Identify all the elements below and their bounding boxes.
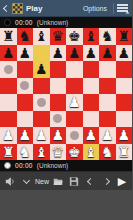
piece-wP-e4: ♟ — [66, 94, 83, 111]
square-a1[interactable]: ♜ — [0, 144, 17, 161]
white-player-name: (Unknown) — [37, 162, 68, 169]
next-move-button[interactable] — [99, 173, 113, 190]
piece-bP-h7: ♟ — [116, 45, 133, 62]
piece-wP-a2: ♟ — [0, 127, 17, 144]
speaker-icon — [5, 176, 15, 187]
square-e4[interactable]: ♟ — [66, 94, 83, 111]
square-a3[interactable] — [0, 111, 17, 128]
piece-bP-d7: ♟ — [50, 45, 67, 62]
game-toolbar: New ▶ — [0, 171, 132, 190]
square-e3[interactable] — [66, 111, 83, 128]
new-game-button[interactable]: New — [35, 173, 49, 190]
folder-icon — [53, 176, 63, 187]
move-hint-dot-b5 — [20, 81, 29, 90]
square-a2[interactable]: ♟ — [0, 127, 17, 144]
move-list-panel — [0, 190, 132, 220]
square-g2[interactable]: ♟ — [99, 127, 116, 144]
chess-board[interactable]: ♜♞♝♛♚♝♞♜♟♟♟♟♟♟♟♟♟♟♟♟♟♟♟♟♜♞♝♛♚♝♞♜ — [0, 28, 132, 160]
page-title: Play — [26, 4, 42, 13]
square-g6[interactable] — [99, 61, 116, 78]
square-c5[interactable] — [33, 78, 50, 95]
square-b7[interactable]: ♟ — [17, 45, 34, 62]
square-g7[interactable]: ♟ — [99, 45, 116, 62]
square-g4[interactable] — [99, 94, 116, 111]
square-f5[interactable] — [83, 78, 100, 95]
square-f6[interactable] — [83, 61, 100, 78]
back-icon[interactable] — [3, 4, 10, 11]
piece-wQ-d1: ♛ — [50, 144, 67, 161]
piece-wP-h2: ♟ — [116, 127, 133, 144]
piece-wR-h1: ♜ — [116, 144, 133, 161]
square-d3[interactable] — [50, 111, 67, 128]
square-d4[interactable] — [50, 94, 67, 111]
piece-wP-d2: ♟ — [50, 127, 67, 144]
square-e5[interactable] — [66, 78, 83, 95]
square-f7[interactable]: ♟ — [83, 45, 100, 62]
piece-bP-b7: ♟ — [17, 45, 34, 62]
piece-wN-g1: ♞ — [99, 144, 116, 161]
piece-bP-a7: ♟ — [0, 45, 17, 62]
black-player-row: 00:00 (Unknown) — [0, 17, 132, 28]
square-b8[interactable]: ♞ — [17, 28, 34, 45]
square-a4[interactable] — [0, 94, 17, 111]
move-hint-dot-c4 — [37, 98, 46, 107]
piece-bP-e7: ♟ — [66, 45, 83, 62]
square-g8[interactable]: ♞ — [99, 28, 116, 45]
piece-wR-a1: ♜ — [0, 144, 17, 161]
square-e2[interactable] — [66, 127, 83, 144]
chevron-left-icon — [86, 177, 93, 184]
square-d2[interactable]: ♟ — [50, 127, 67, 144]
piece-wB-c1: ♝ — [33, 144, 50, 161]
square-a8[interactable]: ♜ — [0, 28, 17, 45]
chevron-down-icon — [22, 176, 29, 183]
square-h6[interactable] — [116, 61, 133, 78]
square-e6[interactable] — [66, 61, 83, 78]
piece-bP-f7: ♟ — [83, 45, 100, 62]
piece-wP-f2: ♟ — [83, 127, 100, 144]
piece-bR-h8: ♜ — [116, 28, 133, 45]
piece-bQ-d8: ♛ — [50, 28, 67, 45]
square-d7[interactable]: ♟ — [50, 45, 67, 62]
square-f4[interactable] — [83, 94, 100, 111]
play-engine-button[interactable]: ▶ — [115, 173, 129, 190]
white-clock: 00:00 — [15, 162, 33, 169]
open-button[interactable] — [51, 173, 65, 190]
square-a7[interactable]: ♟ — [0, 45, 17, 62]
piece-bK-e8: ♚ — [66, 28, 83, 45]
black-clock: 00:00 — [15, 19, 33, 26]
square-c2[interactable]: ♟ — [33, 127, 50, 144]
black-side-icon — [4, 19, 11, 26]
piece-bN-g8: ♞ — [99, 28, 116, 45]
square-b5[interactable] — [17, 78, 34, 95]
move-hint-dot-d3 — [53, 114, 62, 123]
square-b6[interactable] — [17, 61, 34, 78]
piece-bR-a8: ♜ — [0, 28, 17, 45]
square-c6[interactable]: ♟ — [33, 61, 50, 78]
piece-wP-g2: ♟ — [99, 127, 116, 144]
square-d5[interactable] — [50, 78, 67, 95]
piece-wK-e1: ♚ — [66, 144, 83, 161]
square-h5[interactable] — [116, 78, 133, 95]
play-icon: ▶ — [118, 173, 126, 190]
piece-wN-b1: ♞ — [17, 144, 34, 161]
square-a5[interactable] — [0, 78, 17, 95]
piece-bP-g7: ♟ — [99, 45, 116, 62]
top-app-bar: Play Options — [0, 0, 132, 17]
piece-wB-f1: ♝ — [83, 144, 100, 161]
square-d8[interactable]: ♛ — [50, 28, 67, 45]
square-f3[interactable] — [83, 111, 100, 128]
piece-wP-c2: ♟ — [33, 127, 50, 144]
square-c3[interactable] — [33, 111, 50, 128]
square-f8[interactable]: ♝ — [83, 28, 100, 45]
save-button[interactable] — [67, 173, 81, 190]
square-f2[interactable]: ♟ — [83, 127, 100, 144]
previous-move-button[interactable] — [83, 173, 97, 190]
square-c4[interactable] — [33, 94, 50, 111]
square-h7[interactable]: ♟ — [116, 45, 133, 62]
square-b3[interactable] — [17, 111, 34, 128]
piece-bN-b8: ♞ — [17, 28, 34, 45]
square-a6[interactable] — [0, 61, 17, 78]
piece-bP-c6: ♟ — [33, 61, 50, 78]
square-g5[interactable] — [99, 78, 116, 95]
square-e1[interactable]: ♚ — [66, 144, 83, 161]
square-b2[interactable]: ♟ — [17, 127, 34, 144]
floppy-save-icon — [69, 176, 79, 187]
square-g3[interactable] — [99, 111, 116, 128]
square-g1[interactable]: ♞ — [99, 144, 116, 161]
square-h3[interactable] — [116, 111, 133, 128]
move-hint-dot-a6 — [4, 65, 13, 74]
square-h2[interactable]: ♟ — [116, 127, 133, 144]
square-b1[interactable]: ♞ — [17, 144, 34, 161]
square-c8[interactable]: ♝ — [33, 28, 50, 45]
sound-button[interactable] — [3, 173, 17, 190]
square-h4[interactable] — [116, 94, 133, 111]
piece-bB-c8: ♝ — [33, 28, 50, 45]
white-side-icon — [4, 162, 11, 169]
app-chessboard-icon — [12, 3, 23, 14]
white-player-row: 00:00 (Unknown) — [0, 160, 132, 171]
move-hint-dot-e2 — [70, 131, 79, 140]
piece-wP-b2: ♟ — [17, 127, 34, 144]
square-d1[interactable]: ♛ — [50, 144, 67, 161]
square-b4[interactable] — [17, 94, 34, 111]
square-h8[interactable]: ♜ — [116, 28, 133, 45]
square-c1[interactable]: ♝ — [33, 144, 50, 161]
collapse-toolbar-button[interactable] — [19, 173, 33, 190]
black-player-name: (Unknown) — [37, 19, 68, 26]
piece-bB-f8: ♝ — [83, 28, 100, 45]
overflow-menu-icon[interactable] — [117, 3, 128, 13]
square-e8[interactable]: ♚ — [66, 28, 83, 45]
options-button[interactable]: Options — [80, 3, 110, 14]
square-e7[interactable]: ♟ — [66, 45, 83, 62]
square-f1[interactable]: ♝ — [83, 144, 100, 161]
square-d6[interactable] — [50, 61, 67, 78]
topbar-divider — [113, 3, 114, 14]
chevron-right-icon — [102, 177, 109, 184]
square-h1[interactable]: ♜ — [116, 144, 133, 161]
square-c7[interactable] — [33, 45, 50, 62]
